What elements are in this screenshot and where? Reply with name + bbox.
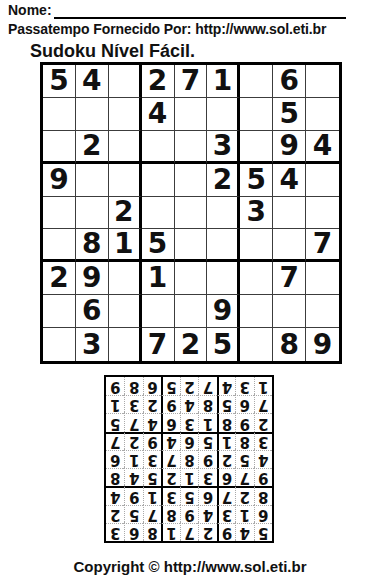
solution-cell-r9c6: 5 bbox=[161, 377, 179, 395]
puzzle-cell-r2c3 bbox=[109, 98, 142, 131]
puzzle-cell-r2c7 bbox=[240, 98, 273, 131]
puzzle-cell-r1c3 bbox=[109, 65, 142, 98]
puzzle-cell-r2c1 bbox=[43, 98, 76, 131]
puzzle-cell-r9c3 bbox=[109, 328, 142, 361]
puzzle-cell-r8c8 bbox=[273, 295, 306, 328]
puzzle-cell-r6c7 bbox=[240, 229, 273, 262]
solution-cell-r1c6: 1 bbox=[161, 523, 179, 541]
solution-cell-r4c6: 2 bbox=[161, 468, 179, 486]
page: { "game": "sudoku", "position": "54.271.… bbox=[0, 0, 380, 585]
solution-cell-r4c3: 6 bbox=[217, 468, 235, 486]
solution-cell-r2c7: 7 bbox=[143, 505, 161, 523]
puzzle-cell-r5c3: 2 bbox=[109, 197, 142, 230]
solution-cell-r2c2: 1 bbox=[235, 505, 253, 523]
puzzle-cell-r7c8: 7 bbox=[273, 262, 306, 295]
solution-cell-r3c2: 2 bbox=[235, 486, 253, 504]
solution-cell-r3c6: 3 bbox=[161, 486, 179, 504]
puzzle-cell-r8c9 bbox=[306, 295, 339, 328]
solution-cell-r5c1: 4 bbox=[254, 450, 272, 468]
solution-cell-r8c6: 9 bbox=[161, 395, 179, 413]
puzzle-cell-r7c1: 2 bbox=[43, 262, 76, 295]
solution-cell-r7c7: 4 bbox=[143, 413, 161, 431]
page-title: Sudoku Nível Fácil. bbox=[30, 41, 195, 62]
solution-cell-r6c1: 3 bbox=[254, 432, 272, 450]
solution-cell-r3c5: 5 bbox=[180, 486, 198, 504]
solution-cell-r1c3: 9 bbox=[217, 523, 235, 541]
puzzle-cell-r6c8 bbox=[273, 229, 306, 262]
solution-cell-r7c5: 3 bbox=[180, 413, 198, 431]
solution-cell-r1c4: 2 bbox=[198, 523, 216, 541]
puzzle-cell-r2c6 bbox=[207, 98, 240, 131]
puzzle-cell-r3c7 bbox=[240, 131, 273, 164]
solution-cell-r7c9: 5 bbox=[106, 413, 124, 431]
solution-cell-r9c7: 6 bbox=[143, 377, 161, 395]
solution-cell-r6c9: 7 bbox=[106, 432, 124, 450]
solution-cell-r1c2: 4 bbox=[235, 523, 253, 541]
solution-cell-r6c8: 2 bbox=[124, 432, 142, 450]
name-label: Nome: bbox=[8, 2, 52, 19]
solution-cell-r7c1: 2 bbox=[254, 413, 272, 431]
puzzle-cell-r6c6 bbox=[207, 229, 240, 262]
solution-cell-r5c9: 6 bbox=[106, 450, 124, 468]
solution-cell-r2c5: 9 bbox=[180, 505, 198, 523]
puzzle-cell-r4c9 bbox=[306, 164, 339, 197]
puzzle-cell-r7c3 bbox=[109, 262, 142, 295]
solution-cell-r9c8: 8 bbox=[124, 377, 142, 395]
puzzle-cell-r3c8: 9 bbox=[273, 131, 306, 164]
puzzle-cell-r1c8: 6 bbox=[273, 65, 306, 98]
puzzle-cell-r1c2: 4 bbox=[76, 65, 109, 98]
puzzle-cell-r8c3 bbox=[109, 295, 142, 328]
puzzle-cell-r8c7 bbox=[240, 295, 273, 328]
puzzle-cell-r6c4: 5 bbox=[142, 229, 175, 262]
solution-cell-r5c6: 7 bbox=[161, 450, 179, 468]
solution-cell-r2c3: 3 bbox=[217, 505, 235, 523]
solution-cell-r7c3: 8 bbox=[217, 413, 235, 431]
solution-cell-r3c9: 4 bbox=[106, 486, 124, 504]
puzzle-cell-r9c5: 2 bbox=[175, 328, 208, 361]
solution-cell-r9c1: 1 bbox=[254, 377, 272, 395]
solution-cell-r2c1: 6 bbox=[254, 505, 272, 523]
solution-cell-r9c3: 4 bbox=[217, 377, 235, 395]
puzzle-cell-r8c1 bbox=[43, 295, 76, 328]
sudoku-solution-grid: 5492718636134987528276531949763125484529… bbox=[104, 375, 274, 543]
solution-cell-r6c2: 8 bbox=[235, 432, 253, 450]
solution-cell-r1c5: 7 bbox=[180, 523, 198, 541]
solution-cell-r6c7: 9 bbox=[143, 432, 161, 450]
puzzle-cell-r3c2: 2 bbox=[76, 131, 109, 164]
puzzle-cell-r9c2: 3 bbox=[76, 328, 109, 361]
solution-cell-r2c6: 8 bbox=[161, 505, 179, 523]
solution-cell-r5c3: 2 bbox=[217, 450, 235, 468]
solution-cell-r4c7: 5 bbox=[143, 468, 161, 486]
solution-cell-r3c3: 7 bbox=[217, 486, 235, 504]
solution-cell-r5c7: 3 bbox=[143, 450, 161, 468]
puzzle-cell-r4c5 bbox=[175, 164, 208, 197]
solution-cell-r8c9: 1 bbox=[106, 395, 124, 413]
solution-cell-r3c1: 8 bbox=[254, 486, 272, 504]
puzzle-cell-r9c8: 8 bbox=[273, 328, 306, 361]
copyright-text: Copyright © http://www.sol.eti.br bbox=[0, 558, 380, 575]
puzzle-cell-r2c2 bbox=[76, 98, 109, 131]
solution-cell-r8c4: 8 bbox=[198, 395, 216, 413]
solution-cell-r6c5: 6 bbox=[180, 432, 198, 450]
puzzle-cell-r5c2 bbox=[76, 197, 109, 230]
puzzle-cell-r2c9 bbox=[306, 98, 339, 131]
solution-cell-r4c4: 3 bbox=[198, 468, 216, 486]
solution-cell-r9c4: 7 bbox=[198, 377, 216, 395]
solution-cell-r3c8: 9 bbox=[124, 486, 142, 504]
puzzle-cell-r1c5: 7 bbox=[175, 65, 208, 98]
puzzle-cell-r5c7: 3 bbox=[240, 197, 273, 230]
solution-cell-r4c9: 8 bbox=[106, 468, 124, 486]
puzzle-cell-r2c5 bbox=[175, 98, 208, 131]
puzzle-cell-r7c6 bbox=[207, 262, 240, 295]
puzzle-cell-r6c5 bbox=[175, 229, 208, 262]
solution-cell-r5c4: 9 bbox=[198, 450, 216, 468]
puzzle-cell-r5c8 bbox=[273, 197, 306, 230]
provider-line: Passatempo Fornecido Por: http://www.sol… bbox=[8, 21, 372, 37]
solution-cell-r4c2: 7 bbox=[235, 468, 253, 486]
solution-cell-r5c2: 5 bbox=[235, 450, 253, 468]
solution-cell-r4c8: 4 bbox=[124, 468, 142, 486]
puzzle-cell-r3c4 bbox=[142, 131, 175, 164]
solution-cell-r1c9: 3 bbox=[106, 523, 124, 541]
puzzle-cell-r7c7 bbox=[240, 262, 273, 295]
solution-cell-r7c4: 1 bbox=[198, 413, 216, 431]
puzzle-cell-r5c9 bbox=[306, 197, 339, 230]
puzzle-cell-r6c2: 8 bbox=[76, 229, 109, 262]
puzzle-cell-r1c6: 1 bbox=[207, 65, 240, 98]
puzzle-cell-r6c9: 7 bbox=[306, 229, 339, 262]
solution-cell-r3c4: 6 bbox=[198, 486, 216, 504]
puzzle-cell-r9c7 bbox=[240, 328, 273, 361]
solution-cell-r4c1: 9 bbox=[254, 468, 272, 486]
puzzle-cell-r5c4 bbox=[142, 197, 175, 230]
puzzle-cell-r5c1 bbox=[43, 197, 76, 230]
puzzle-cell-r7c2: 9 bbox=[76, 262, 109, 295]
puzzle-cell-r9c4: 7 bbox=[142, 328, 175, 361]
solution-cell-r9c2: 3 bbox=[235, 377, 253, 395]
puzzle-cell-r6c3: 1 bbox=[109, 229, 142, 262]
solution-cell-r2c4: 4 bbox=[198, 505, 216, 523]
solution-cell-r7c2: 9 bbox=[235, 413, 253, 431]
solution-cell-r8c8: 3 bbox=[124, 395, 142, 413]
solution-cell-r7c6: 6 bbox=[161, 413, 179, 431]
puzzle-cell-r8c4 bbox=[142, 295, 175, 328]
solution-cell-r1c8: 6 bbox=[124, 523, 142, 541]
sudoku-puzzle-grid: 5427164523949254238157291769372589 bbox=[40, 62, 342, 364]
solution-cell-r3c7: 1 bbox=[143, 486, 161, 504]
puzzle-cell-r4c8: 4 bbox=[273, 164, 306, 197]
name-field-row: Nome: bbox=[8, 2, 346, 19]
puzzle-cell-r7c5 bbox=[175, 262, 208, 295]
puzzle-cell-r3c3 bbox=[109, 131, 142, 164]
puzzle-cell-r9c1 bbox=[43, 328, 76, 361]
puzzle-cell-r1c7 bbox=[240, 65, 273, 98]
puzzle-cell-r4c4 bbox=[142, 164, 175, 197]
solution-cell-r7c8: 7 bbox=[124, 413, 142, 431]
puzzle-cell-r8c6: 9 bbox=[207, 295, 240, 328]
puzzle-cell-r4c3 bbox=[109, 164, 142, 197]
puzzle-cell-r1c1: 5 bbox=[43, 65, 76, 98]
solution-cell-r9c9: 9 bbox=[106, 377, 124, 395]
solution-cell-r6c4: 5 bbox=[198, 432, 216, 450]
puzzle-cell-r6c1 bbox=[43, 229, 76, 262]
name-underline bbox=[54, 2, 346, 19]
puzzle-cell-r3c9: 4 bbox=[306, 131, 339, 164]
puzzle-cell-r4c6: 2 bbox=[207, 164, 240, 197]
puzzle-cell-r3c5 bbox=[175, 131, 208, 164]
solution-cell-r8c5: 4 bbox=[180, 395, 198, 413]
solution-cell-r8c1: 7 bbox=[254, 395, 272, 413]
solution-cell-r5c5: 8 bbox=[180, 450, 198, 468]
solution-cell-r8c2: 6 bbox=[235, 395, 253, 413]
puzzle-cell-r3c1 bbox=[43, 131, 76, 164]
solution-cell-r8c7: 2 bbox=[143, 395, 161, 413]
solution-cell-r6c6: 4 bbox=[161, 432, 179, 450]
puzzle-cell-r8c5 bbox=[175, 295, 208, 328]
solution-cell-r8c3: 5 bbox=[217, 395, 235, 413]
solution-cell-r2c8: 5 bbox=[124, 505, 142, 523]
puzzle-cell-r1c4: 2 bbox=[142, 65, 175, 98]
puzzle-cell-r2c4: 4 bbox=[142, 98, 175, 131]
puzzle-cell-r8c2: 6 bbox=[76, 295, 109, 328]
puzzle-cell-r1c9 bbox=[306, 65, 339, 98]
solution-cell-r4c5: 1 bbox=[180, 468, 198, 486]
puzzle-cell-r2c8: 5 bbox=[273, 98, 306, 131]
puzzle-cell-r4c7: 5 bbox=[240, 164, 273, 197]
solution-cell-r2c9: 2 bbox=[106, 505, 124, 523]
puzzle-cell-r5c6 bbox=[207, 197, 240, 230]
solution-cell-r5c8: 1 bbox=[124, 450, 142, 468]
puzzle-cell-r9c6: 5 bbox=[207, 328, 240, 361]
puzzle-cell-r9c9: 9 bbox=[306, 328, 339, 361]
solution-cell-r1c7: 8 bbox=[143, 523, 161, 541]
puzzle-cell-r7c9 bbox=[306, 262, 339, 295]
solution-cell-r9c5: 2 bbox=[180, 377, 198, 395]
puzzle-cell-r3c6: 3 bbox=[207, 131, 240, 164]
solution-cell-r6c3: 1 bbox=[217, 432, 235, 450]
solution-cell-r1c1: 5 bbox=[254, 523, 272, 541]
puzzle-cell-r4c2 bbox=[76, 164, 109, 197]
puzzle-cell-r5c5 bbox=[175, 197, 208, 230]
puzzle-cell-r7c4: 1 bbox=[142, 262, 175, 295]
puzzle-cell-r4c1: 9 bbox=[43, 164, 76, 197]
